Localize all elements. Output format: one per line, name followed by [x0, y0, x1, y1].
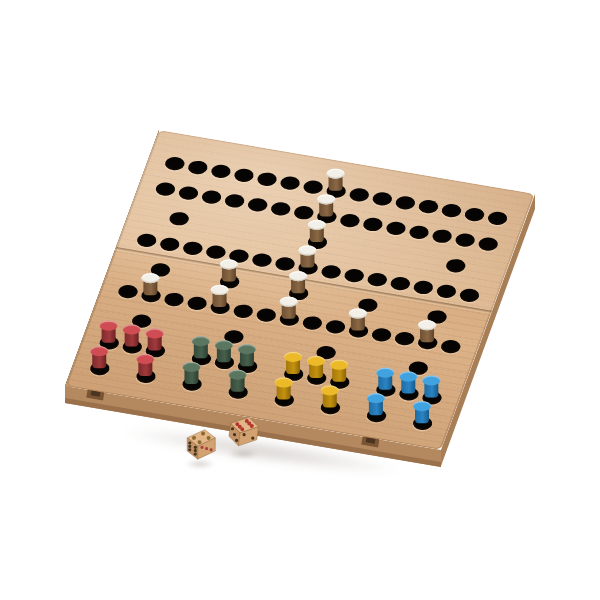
peg-white-barricade-r4c7[interactable] [289, 271, 307, 295]
peg-cap [238, 344, 256, 354]
peg-cap [376, 368, 394, 378]
peg-cap [220, 259, 238, 269]
peg-cap [413, 401, 431, 411]
hole-r5c9[interactable] [324, 319, 347, 335]
peg-white-barricade-r5c4[interactable] [211, 285, 229, 309]
peg-cap [100, 321, 118, 331]
hole-r5c3[interactable] [185, 295, 208, 311]
peg-cap [229, 370, 247, 380]
peg-cap [211, 285, 229, 295]
hole-r5c12[interactable] [393, 331, 416, 347]
peg-cap [192, 336, 210, 346]
peg-cap [215, 340, 233, 350]
peg-green-r7c5[interactable] [215, 340, 233, 364]
peg-green-r7c4[interactable] [192, 336, 210, 360]
peg-cap [280, 297, 298, 307]
peg-green-r7c6[interactable] [238, 344, 256, 368]
peg-yellow-r7c9[interactable] [307, 356, 325, 380]
die-2[interactable] [221, 414, 263, 456]
hole-r5c8[interactable] [301, 315, 324, 331]
peg-cap [327, 169, 345, 179]
peg-green-r8c4[interactable] [182, 362, 200, 386]
peg-cap [367, 393, 385, 403]
peg-blue-r8c12[interactable] [367, 393, 385, 417]
peg-cap [284, 352, 302, 362]
peg-cap [182, 362, 200, 372]
peg-cap [146, 328, 164, 338]
peg-cap [123, 325, 141, 335]
peg-cap [321, 385, 339, 395]
hole-r5c5[interactable] [232, 303, 255, 319]
peg-blue-r8c14[interactable] [413, 401, 431, 425]
peg-cap [307, 356, 325, 366]
peg-yellow-r8c8[interactable] [275, 378, 293, 402]
peg-cap [275, 378, 293, 388]
peg-cap [141, 273, 159, 283]
peg-cap [349, 309, 367, 319]
product-photo-stage [0, 0, 600, 600]
peg-white-barricade-r0c7[interactable] [327, 169, 345, 193]
hole-r5c0[interactable] [116, 284, 139, 300]
peg-cap [90, 346, 108, 356]
peg-cap [136, 354, 154, 364]
peg-white-barricade-r5c1[interactable] [141, 273, 159, 297]
hole-r5c2[interactable] [162, 292, 185, 308]
peg-red-r8c2[interactable] [136, 354, 154, 378]
peg-cap [399, 372, 417, 382]
peg-green-r8c6[interactable] [229, 370, 247, 394]
peg-cap [317, 194, 335, 204]
peg-cap [298, 246, 316, 256]
peg-red-r7c0[interactable] [100, 321, 118, 345]
peg-cap [308, 220, 326, 230]
peg-white-barricade-r3c7[interactable] [298, 246, 316, 270]
hole-r5c11[interactable] [370, 327, 393, 343]
peg-white-barricade-r2c7[interactable] [308, 220, 326, 244]
peg-white-barricade-r1c7[interactable] [317, 194, 335, 218]
peg-cap [422, 376, 440, 386]
hole-r5c14[interactable] [439, 339, 462, 355]
peg-red-r8c0[interactable] [90, 346, 108, 370]
peg-yellow-r7c8[interactable] [284, 352, 302, 376]
peg-white-barricade-r5c7[interactable] [280, 297, 298, 321]
peg-blue-r7c14[interactable] [422, 376, 440, 400]
peg-blue-r7c13[interactable] [399, 372, 417, 396]
peg-blue-r7c12[interactable] [376, 368, 394, 392]
peg-cap [330, 360, 348, 370]
peg-red-r7c2[interactable] [146, 328, 164, 352]
peg-yellow-r8c10[interactable] [321, 385, 339, 409]
peg-white-barricade-r4c4[interactable] [220, 259, 238, 283]
peg-white-barricade-r5c10[interactable] [349, 309, 367, 333]
peg-red-r7c1[interactable] [123, 325, 141, 349]
peg-white-barricade-r5c13[interactable] [418, 320, 436, 344]
peg-cap [418, 320, 436, 330]
peg-yellow-r7c10[interactable] [330, 360, 348, 384]
hole-r5c6[interactable] [255, 307, 278, 323]
peg-cap [289, 271, 307, 281]
die-1[interactable] [179, 427, 222, 470]
